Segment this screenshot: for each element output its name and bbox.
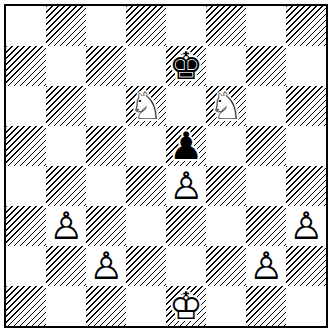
square-b4[interactable] <box>46 166 86 206</box>
square-d1[interactable] <box>126 286 166 326</box>
chess-board[interactable]: ♚♚♞♘♞♘♟♟♟♙♟♙♟♙♟♙♟♙♚♔ <box>6 6 326 326</box>
square-c8[interactable] <box>86 6 126 46</box>
white-pawn-glyph: ♙ <box>46 206 86 246</box>
square-e2[interactable] <box>166 246 206 286</box>
black-king-glyph: ♚ <box>166 46 206 86</box>
piece-white-pawn[interactable]: ♟♙ <box>246 246 286 286</box>
square-h7[interactable] <box>286 46 326 86</box>
square-d4[interactable] <box>126 166 166 206</box>
square-e7[interactable]: ♚♚ <box>166 46 206 86</box>
square-f5[interactable] <box>206 126 246 166</box>
white-knight-glyph: ♘ <box>126 86 166 126</box>
square-c3[interactable] <box>86 206 126 246</box>
square-b1[interactable] <box>46 286 86 326</box>
piece-white-pawn[interactable]: ♟♙ <box>46 206 86 246</box>
square-c2[interactable]: ♟♙ <box>86 246 126 286</box>
square-c5[interactable] <box>86 126 126 166</box>
square-c6[interactable] <box>86 86 126 126</box>
square-g3[interactable] <box>246 206 286 246</box>
white-pawn-glyph: ♙ <box>166 166 206 206</box>
square-f6[interactable]: ♞♘ <box>206 86 246 126</box>
square-c1[interactable] <box>86 286 126 326</box>
white-pawn-glyph: ♙ <box>286 206 326 246</box>
square-g8[interactable] <box>246 6 286 46</box>
square-d3[interactable] <box>126 206 166 246</box>
square-e4[interactable]: ♟♙ <box>166 166 206 206</box>
white-king-glyph: ♔ <box>166 286 206 326</box>
square-d6[interactable]: ♞♘ <box>126 86 166 126</box>
square-d2[interactable] <box>126 246 166 286</box>
square-e3[interactable] <box>166 206 206 246</box>
square-b8[interactable] <box>46 6 86 46</box>
piece-white-knight[interactable]: ♞♘ <box>206 86 246 126</box>
square-g6[interactable] <box>246 86 286 126</box>
square-c4[interactable] <box>86 166 126 206</box>
piece-white-pawn[interactable]: ♟♙ <box>166 166 206 206</box>
square-f8[interactable] <box>206 6 246 46</box>
black-pawn-glyph: ♟ <box>166 126 206 166</box>
square-a3[interactable] <box>6 206 46 246</box>
square-h5[interactable] <box>286 126 326 166</box>
chess-diagram: ♚♚♞♘♞♘♟♟♟♙♟♙♟♙♟♙♟♙♚♔ <box>0 0 332 332</box>
square-f1[interactable] <box>206 286 246 326</box>
square-b2[interactable] <box>46 246 86 286</box>
white-knight-glyph: ♘ <box>206 86 246 126</box>
square-e6[interactable] <box>166 86 206 126</box>
square-h6[interactable] <box>286 86 326 126</box>
white-pawn-glyph: ♙ <box>86 246 126 286</box>
square-b3[interactable]: ♟♙ <box>46 206 86 246</box>
piece-white-pawn[interactable]: ♟♙ <box>286 206 326 246</box>
square-h3[interactable]: ♟♙ <box>286 206 326 246</box>
white-pawn-glyph: ♙ <box>246 246 286 286</box>
square-a5[interactable] <box>6 126 46 166</box>
square-b5[interactable] <box>46 126 86 166</box>
piece-black-pawn[interactable]: ♟♟ <box>166 126 206 166</box>
square-a6[interactable] <box>6 86 46 126</box>
square-a4[interactable] <box>6 166 46 206</box>
square-h2[interactable] <box>286 246 326 286</box>
square-f4[interactable] <box>206 166 246 206</box>
square-h1[interactable] <box>286 286 326 326</box>
square-g1[interactable] <box>246 286 286 326</box>
square-e8[interactable] <box>166 6 206 46</box>
square-h8[interactable] <box>286 6 326 46</box>
square-a7[interactable] <box>6 46 46 86</box>
square-b7[interactable] <box>46 46 86 86</box>
square-g4[interactable] <box>246 166 286 206</box>
square-d5[interactable] <box>126 126 166 166</box>
piece-white-king[interactable]: ♚♔ <box>166 286 206 326</box>
piece-black-king[interactable]: ♚♚ <box>166 46 206 86</box>
square-g7[interactable] <box>246 46 286 86</box>
square-e1[interactable]: ♚♔ <box>166 286 206 326</box>
square-e5[interactable]: ♟♟ <box>166 126 206 166</box>
square-a2[interactable] <box>6 246 46 286</box>
square-d7[interactable] <box>126 46 166 86</box>
square-h4[interactable] <box>286 166 326 206</box>
square-c7[interactable] <box>86 46 126 86</box>
square-b6[interactable] <box>46 86 86 126</box>
square-f2[interactable] <box>206 246 246 286</box>
square-g2[interactable]: ♟♙ <box>246 246 286 286</box>
square-f3[interactable] <box>206 206 246 246</box>
piece-white-pawn[interactable]: ♟♙ <box>86 246 126 286</box>
piece-white-knight[interactable]: ♞♘ <box>126 86 166 126</box>
square-d8[interactable] <box>126 6 166 46</box>
square-a1[interactable] <box>6 286 46 326</box>
square-g5[interactable] <box>246 126 286 166</box>
board-frame: ♚♚♞♘♞♘♟♟♟♙♟♙♟♙♟♙♟♙♚♔ <box>4 4 328 328</box>
square-f7[interactable] <box>206 46 246 86</box>
square-a8[interactable] <box>6 6 46 46</box>
